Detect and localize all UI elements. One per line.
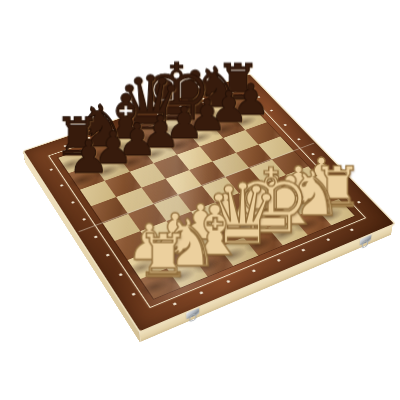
- frame-pin-icon: [349, 228, 353, 231]
- piece-white-rook-a1: ♜: [125, 227, 200, 287]
- frame-pin-icon: [118, 273, 122, 276]
- piece-black-pawn-a7: ♟: [54, 133, 122, 179]
- frame-pin-icon: [225, 280, 230, 283]
- frame-pin-icon: [59, 184, 63, 187]
- chess-board: ♜♞♝♛♚♝♞♜♟♟♟♟♟♟♟♟♟♟♟♟♟♟♟♟♜♞♝♛♚♝♞♜: [24, 75, 394, 332]
- frame-pin-icon: [70, 201, 74, 204]
- frame-pin-icon: [49, 168, 53, 171]
- frame-pin-icon: [105, 254, 109, 257]
- frame-pin-icon: [82, 218, 86, 221]
- frame-pin-icon: [251, 269, 255, 272]
- frame-pin-icon: [283, 124, 287, 126]
- frame-pin-icon: [296, 138, 300, 141]
- frame-pin-icon: [131, 293, 135, 296]
- frame-pin-icon: [301, 248, 305, 251]
- frame-pin-icon: [199, 291, 204, 294]
- frame-pin-icon: [325, 238, 329, 241]
- frame-pin-icon: [93, 236, 97, 239]
- product-photo-scene: ♜♞♝♛♚♝♞♜♟♟♟♟♟♟♟♟♟♟♟♟♟♟♟♟♜♞♝♛♚♝♞♜: [0, 0, 400, 400]
- board-frame: ♜♞♝♛♚♝♞♜♟♟♟♟♟♟♟♟♟♟♟♟♟♟♟♟♜♞♝♛♚♝♞♜: [24, 75, 394, 332]
- frame-pin-icon: [276, 258, 280, 261]
- frame-pin-icon: [172, 302, 177, 306]
